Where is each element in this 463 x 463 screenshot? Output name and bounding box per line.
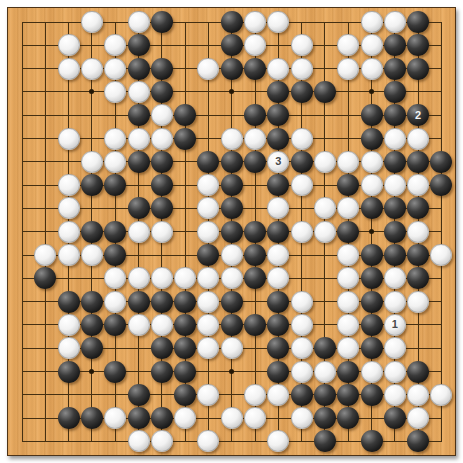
stone-black[interactable] [267, 361, 289, 383]
stone-white[interactable] [267, 384, 289, 406]
stone-black[interactable] [267, 291, 289, 313]
stone-white[interactable] [267, 430, 289, 452]
stone-white[interactable] [58, 58, 80, 80]
stone-black[interactable] [337, 221, 359, 243]
move-number-label: 3 [275, 156, 281, 167]
stone-black[interactable] [244, 58, 266, 80]
stone-white[interactable] [361, 174, 383, 196]
star-point [89, 89, 94, 94]
stone-black[interactable] [314, 81, 336, 103]
stone-white[interactable] [104, 267, 126, 289]
stone-black[interactable] [407, 151, 429, 173]
stone-white[interactable] [337, 244, 359, 266]
stone-black[interactable] [314, 407, 336, 429]
stone-white[interactable] [151, 314, 173, 336]
stone-black[interactable] [361, 430, 383, 452]
stone-white[interactable] [361, 11, 383, 33]
stone-white[interactable] [104, 407, 126, 429]
stone-black[interactable] [384, 81, 406, 103]
stone-black[interactable] [407, 244, 429, 266]
stone-black[interactable] [221, 58, 243, 80]
stone-white[interactable] [128, 314, 150, 336]
stone-white[interactable] [337, 58, 359, 80]
stone-white[interactable] [128, 267, 150, 289]
stone-white[interactable] [384, 267, 406, 289]
stone-black[interactable] [267, 174, 289, 196]
star-point [369, 229, 374, 234]
stone-white[interactable] [337, 197, 359, 219]
stone-white[interactable] [244, 384, 266, 406]
stone-black[interactable] [244, 151, 266, 173]
stone-black[interactable] [34, 267, 56, 289]
stone-white[interactable] [267, 197, 289, 219]
stone-white[interactable] [151, 221, 173, 243]
stone-black[interactable] [244, 244, 266, 266]
stone-white[interactable] [197, 221, 219, 243]
stone-black[interactable] [361, 128, 383, 150]
stone-black[interactable] [174, 104, 196, 126]
stone-white-move-3[interactable]: 3 [267, 151, 289, 173]
stone-white[interactable] [244, 407, 266, 429]
stone-black[interactable] [174, 291, 196, 313]
grid-line-vertical [441, 22, 442, 442]
stone-white[interactable] [361, 151, 383, 173]
stone-black[interactable] [128, 34, 150, 56]
stone-black[interactable] [267, 128, 289, 150]
stone-white[interactable] [104, 58, 126, 80]
stone-black[interactable] [361, 314, 383, 336]
stone-white[interactable] [128, 221, 150, 243]
stone-white[interactable] [430, 384, 452, 406]
stone-white[interactable] [314, 221, 336, 243]
stone-white[interactable] [128, 81, 150, 103]
stone-white[interactable] [407, 384, 429, 406]
stone-white[interactable] [384, 361, 406, 383]
stone-white[interactable] [407, 174, 429, 196]
stone-black[interactable] [221, 11, 243, 33]
stone-black[interactable] [337, 384, 359, 406]
go-board[interactable]: 231 [7, 7, 456, 456]
stone-white[interactable] [267, 267, 289, 289]
stone-black[interactable] [407, 58, 429, 80]
stone-black[interactable] [197, 244, 219, 266]
stone-white[interactable] [104, 151, 126, 173]
stone-black[interactable] [407, 11, 429, 33]
stone-white[interactable] [58, 197, 80, 219]
stone-black[interactable] [58, 407, 80, 429]
stone-white[interactable] [337, 314, 359, 336]
stone-black[interactable] [430, 174, 452, 196]
stone-black[interactable] [128, 151, 150, 173]
stone-black[interactable] [151, 58, 173, 80]
stone-black[interactable] [197, 151, 219, 173]
stone-white[interactable] [34, 244, 56, 266]
stone-black[interactable] [407, 361, 429, 383]
stone-white[interactable] [128, 430, 150, 452]
stone-black[interactable] [384, 197, 406, 219]
stone-black[interactable] [151, 197, 173, 219]
stone-black[interactable] [81, 314, 103, 336]
stone-black[interactable] [267, 104, 289, 126]
stone-white[interactable] [291, 34, 313, 56]
stone-white[interactable] [384, 291, 406, 313]
stone-white[interactable] [291, 174, 313, 196]
stone-black[interactable] [128, 291, 150, 313]
stone-black[interactable] [430, 151, 452, 173]
stone-white[interactable] [104, 81, 126, 103]
stone-white[interactable] [407, 407, 429, 429]
stone-black[interactable] [151, 11, 173, 33]
stone-black[interactable] [314, 384, 336, 406]
stone-black[interactable] [244, 314, 266, 336]
stone-black-move-2[interactable]: 2 [407, 104, 429, 126]
stone-black[interactable] [337, 407, 359, 429]
stone-white[interactable] [151, 128, 173, 150]
stone-black[interactable] [407, 197, 429, 219]
stone-black[interactable] [407, 34, 429, 56]
stone-black[interactable] [128, 197, 150, 219]
stone-black[interactable] [58, 361, 80, 383]
stone-white[interactable] [197, 314, 219, 336]
stone-white[interactable] [244, 128, 266, 150]
stone-white[interactable] [267, 244, 289, 266]
stone-white[interactable] [267, 58, 289, 80]
stone-white[interactable] [174, 267, 196, 289]
stone-white[interactable] [337, 337, 359, 359]
stone-black[interactable] [151, 337, 173, 359]
stone-black[interactable] [174, 361, 196, 383]
stone-white[interactable] [267, 11, 289, 33]
stone-black[interactable] [267, 81, 289, 103]
stone-black[interactable] [384, 151, 406, 173]
star-point [369, 89, 374, 94]
stone-white[interactable] [291, 291, 313, 313]
stone-black[interactable] [151, 361, 173, 383]
stone-black[interactable] [337, 174, 359, 196]
stone-black[interactable] [407, 430, 429, 452]
stone-black[interactable] [151, 291, 173, 313]
stone-white[interactable] [361, 58, 383, 80]
stone-black[interactable] [291, 81, 313, 103]
stone-black[interactable] [361, 384, 383, 406]
stone-black[interactable] [104, 221, 126, 243]
stone-white[interactable] [81, 151, 103, 173]
stone-white[interactable] [361, 361, 383, 383]
move-number-label: 1 [392, 319, 398, 330]
stone-black[interactable] [104, 244, 126, 266]
stone-white[interactable] [58, 244, 80, 266]
stone-black[interactable] [267, 314, 289, 336]
stone-black[interactable] [361, 197, 383, 219]
stone-white[interactable] [197, 267, 219, 289]
stone-white[interactable] [151, 104, 173, 126]
stone-black[interactable] [244, 221, 266, 243]
stone-black[interactable] [361, 244, 383, 266]
stone-black[interactable] [151, 81, 173, 103]
stone-white[interactable] [58, 34, 80, 56]
stone-black[interactable] [81, 407, 103, 429]
stone-black[interactable] [314, 430, 336, 452]
stone-white[interactable] [221, 267, 243, 289]
stone-black[interactable] [267, 221, 289, 243]
stone-black[interactable] [221, 34, 243, 56]
stone-white[interactable] [221, 244, 243, 266]
stone-black[interactable] [151, 151, 173, 173]
stone-white[interactable] [151, 267, 173, 289]
stone-white[interactable] [291, 314, 313, 336]
stone-black[interactable] [128, 384, 150, 406]
stone-black[interactable] [174, 337, 196, 359]
stone-black[interactable] [104, 314, 126, 336]
stone-black[interactable] [291, 384, 313, 406]
stone-white[interactable] [197, 174, 219, 196]
stone-black[interactable] [221, 197, 243, 219]
stone-white[interactable] [81, 58, 103, 80]
stone-black[interactable] [361, 291, 383, 313]
stone-white[interactable] [407, 221, 429, 243]
stone-white[interactable] [58, 174, 80, 196]
stone-white[interactable] [244, 11, 266, 33]
star-point [229, 369, 234, 374]
stone-white[interactable] [291, 221, 313, 243]
stone-black[interactable] [314, 337, 336, 359]
stone-black[interactable] [384, 407, 406, 429]
stone-black[interactable] [384, 34, 406, 56]
stone-black[interactable] [221, 314, 243, 336]
stone-white[interactable] [314, 151, 336, 173]
stone-black[interactable] [81, 337, 103, 359]
stone-black[interactable] [81, 291, 103, 313]
stone-white[interactable] [384, 174, 406, 196]
stone-black[interactable] [151, 407, 173, 429]
stone-black[interactable] [128, 104, 150, 126]
stone-black[interactable] [384, 221, 406, 243]
stone-white[interactable] [58, 337, 80, 359]
stone-white[interactable] [407, 291, 429, 313]
stone-black[interactable] [384, 244, 406, 266]
stone-white[interactable] [291, 58, 313, 80]
stone-white[interactable] [244, 34, 266, 56]
stone-white[interactable] [337, 34, 359, 56]
stone-white[interactable] [291, 407, 313, 429]
stone-black[interactable] [337, 361, 359, 383]
stone-white[interactable] [430, 244, 452, 266]
stone-black[interactable] [151, 174, 173, 196]
stone-white[interactable] [197, 197, 219, 219]
stone-black[interactable] [361, 267, 383, 289]
stone-white[interactable] [384, 128, 406, 150]
stone-black[interactable] [128, 58, 150, 80]
stone-white[interactable] [337, 151, 359, 173]
stone-black[interactable] [104, 174, 126, 196]
stone-black[interactable] [174, 384, 196, 406]
stone-black[interactable] [361, 337, 383, 359]
stone-white[interactable] [384, 337, 406, 359]
stone-black[interactable] [221, 174, 243, 196]
stone-black[interactable] [58, 291, 80, 313]
stone-black[interactable] [384, 104, 406, 126]
stone-black[interactable] [104, 361, 126, 383]
stone-black[interactable] [384, 58, 406, 80]
stone-white[interactable] [407, 128, 429, 150]
stone-white[interactable] [291, 361, 313, 383]
stone-black[interactable] [81, 174, 103, 196]
stone-white[interactable] [384, 384, 406, 406]
stone-black[interactable] [267, 337, 289, 359]
stone-white[interactable] [197, 337, 219, 359]
stone-black[interactable] [407, 267, 429, 289]
stone-white[interactable] [197, 58, 219, 80]
move-number-label: 2 [415, 110, 421, 121]
stone-black[interactable] [174, 128, 196, 150]
stone-white[interactable] [104, 34, 126, 56]
stone-white[interactable] [291, 337, 313, 359]
go-app-window: 231 [0, 0, 463, 463]
stone-white[interactable] [81, 11, 103, 33]
stone-black[interactable] [81, 221, 103, 243]
stone-white[interactable] [128, 11, 150, 33]
stone-black[interactable] [221, 221, 243, 243]
stone-white[interactable] [104, 291, 126, 313]
stone-black[interactable] [128, 407, 150, 429]
stone-white[interactable] [314, 197, 336, 219]
stone-white[interactable] [104, 128, 126, 150]
stone-white[interactable] [81, 244, 103, 266]
stone-white[interactable] [151, 430, 173, 452]
stone-black[interactable] [221, 151, 243, 173]
stone-white[interactable] [384, 11, 406, 33]
stone-white-move-1[interactable]: 1 [384, 314, 406, 336]
stone-white[interactable] [174, 407, 196, 429]
stone-black[interactable] [291, 151, 313, 173]
stone-black[interactable] [244, 104, 266, 126]
stone-black[interactable] [174, 314, 196, 336]
stone-white[interactable] [197, 384, 219, 406]
stone-white[interactable] [221, 128, 243, 150]
stone-white[interactable] [361, 34, 383, 56]
stone-white[interactable] [221, 407, 243, 429]
stone-white[interactable] [197, 291, 219, 313]
stone-white[interactable] [221, 337, 243, 359]
stone-white[interactable] [58, 314, 80, 336]
star-point [229, 89, 234, 94]
stone-black[interactable] [221, 291, 243, 313]
stone-black[interactable] [244, 267, 266, 289]
stone-white[interactable] [128, 128, 150, 150]
stone-white[interactable] [58, 128, 80, 150]
stone-white[interactable] [58, 221, 80, 243]
stone-white[interactable] [291, 128, 313, 150]
stone-white[interactable] [314, 361, 336, 383]
stone-white[interactable] [197, 430, 219, 452]
star-point [89, 369, 94, 374]
stone-black[interactable] [361, 104, 383, 126]
stone-white[interactable] [337, 291, 359, 313]
stone-white[interactable] [337, 267, 359, 289]
